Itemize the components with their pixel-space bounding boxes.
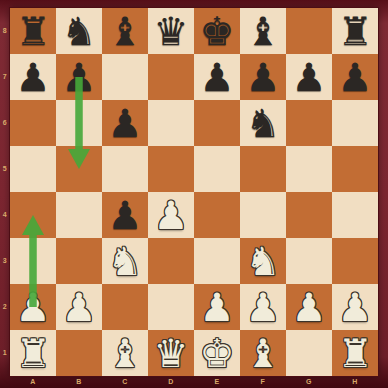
rank-label-7: 7 xyxy=(0,68,10,86)
file-label-b: B xyxy=(56,376,102,388)
square-g6[interactable] xyxy=(286,100,332,146)
rank-label-8: 8 xyxy=(0,22,10,40)
rank-label-2: 2 xyxy=(0,298,10,316)
square-h5[interactable] xyxy=(332,146,378,192)
black-knight-f6[interactable]: ♞ xyxy=(240,100,286,146)
black-rook-h8[interactable]: ♜ xyxy=(332,8,378,54)
rank-label-5: 5 xyxy=(0,160,10,178)
white-pawn-h2[interactable]: ♟ xyxy=(332,284,378,330)
white-rook-a1[interactable]: ♜ xyxy=(10,330,56,376)
file-label-d: D xyxy=(148,376,194,388)
white-bishop-f1[interactable]: ♝ xyxy=(240,330,286,376)
square-g8[interactable] xyxy=(286,8,332,54)
black-pawn-c4[interactable]: ♟ xyxy=(102,192,148,238)
black-bishop-c8[interactable]: ♝ xyxy=(102,8,148,54)
square-a4[interactable] xyxy=(10,192,56,238)
square-d3[interactable] xyxy=(148,238,194,284)
square-d2[interactable] xyxy=(148,284,194,330)
square-a6[interactable] xyxy=(10,100,56,146)
square-a3[interactable] xyxy=(10,238,56,284)
white-pawn-b2[interactable]: ♟ xyxy=(56,284,102,330)
square-b6[interactable] xyxy=(56,100,102,146)
square-b5[interactable] xyxy=(56,146,102,192)
black-bishop-f8[interactable]: ♝ xyxy=(240,8,286,54)
square-b1[interactable] xyxy=(56,330,102,376)
white-rook-h1[interactable]: ♜ xyxy=(332,330,378,376)
file-label-c: C xyxy=(102,376,148,388)
square-b4[interactable] xyxy=(56,192,102,238)
white-pawn-g2[interactable]: ♟ xyxy=(286,284,332,330)
black-pawn-f7[interactable]: ♟ xyxy=(240,54,286,100)
white-bishop-c1[interactable]: ♝ xyxy=(102,330,148,376)
square-b3[interactable] xyxy=(56,238,102,284)
black-pawn-a7[interactable]: ♟ xyxy=(10,54,56,100)
square-g5[interactable] xyxy=(286,146,332,192)
file-label-f: F xyxy=(240,376,286,388)
square-g3[interactable] xyxy=(286,238,332,284)
square-e3[interactable] xyxy=(194,238,240,284)
rank-label-3: 3 xyxy=(0,252,10,270)
square-d5[interactable] xyxy=(148,146,194,192)
white-queen-d1[interactable]: ♛ xyxy=(148,330,194,376)
white-pawn-d4[interactable]: ♟ xyxy=(148,192,194,238)
square-h6[interactable] xyxy=(332,100,378,146)
file-label-a: A xyxy=(10,376,56,388)
square-f4[interactable] xyxy=(240,192,286,238)
file-label-e: E xyxy=(194,376,240,388)
black-queen-d8[interactable]: ♛ xyxy=(148,8,194,54)
square-f5[interactable] xyxy=(240,146,286,192)
rank-label-1: 1 xyxy=(0,344,10,362)
chess-board-frame: ♜♞♝♛♚♝♜♟♟♟♟♟♟♟♞♟♟♞♞♟♟♟♟♟♟♜♝♛♚♝♜12345678A… xyxy=(0,0,388,388)
square-g4[interactable] xyxy=(286,192,332,238)
square-e6[interactable] xyxy=(194,100,240,146)
square-e5[interactable] xyxy=(194,146,240,192)
file-label-g: G xyxy=(286,376,332,388)
black-pawn-e7[interactable]: ♟ xyxy=(194,54,240,100)
black-knight-b8[interactable]: ♞ xyxy=(56,8,102,54)
square-a5[interactable] xyxy=(10,146,56,192)
square-c7[interactable] xyxy=(102,54,148,100)
black-rook-a8[interactable]: ♜ xyxy=(10,8,56,54)
black-pawn-h7[interactable]: ♟ xyxy=(332,54,378,100)
square-c2[interactable] xyxy=(102,284,148,330)
square-c5[interactable] xyxy=(102,146,148,192)
black-king-e8[interactable]: ♚ xyxy=(194,8,240,54)
square-d6[interactable] xyxy=(148,100,194,146)
square-h3[interactable] xyxy=(332,238,378,284)
rank-label-4: 4 xyxy=(0,206,10,224)
square-h4[interactable] xyxy=(332,192,378,238)
square-g1[interactable] xyxy=(286,330,332,376)
black-pawn-g7[interactable]: ♟ xyxy=(286,54,332,100)
white-pawn-e2[interactable]: ♟ xyxy=(194,284,240,330)
rank-label-6: 6 xyxy=(0,114,10,132)
white-knight-c3[interactable]: ♞ xyxy=(102,238,148,284)
file-label-h: H xyxy=(332,376,378,388)
black-pawn-c6[interactable]: ♟ xyxy=(102,100,148,146)
square-d7[interactable] xyxy=(148,54,194,100)
square-e4[interactable] xyxy=(194,192,240,238)
white-king-e1[interactable]: ♚ xyxy=(194,330,240,376)
white-pawn-f2[interactable]: ♟ xyxy=(240,284,286,330)
black-pawn-b7[interactable]: ♟ xyxy=(56,54,102,100)
white-knight-f3[interactable]: ♞ xyxy=(240,238,286,284)
white-pawn-a2[interactable]: ♟ xyxy=(10,284,56,330)
